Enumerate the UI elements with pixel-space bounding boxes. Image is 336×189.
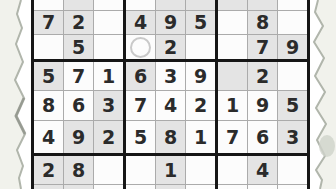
cell-r8c7[interactable] (218, 185, 247, 189)
cell-r3c7[interactable] (218, 35, 247, 59)
cell-r3c1[interactable] (34, 35, 63, 59)
cell-r2c5[interactable]: 9 (156, 11, 185, 34)
cell-r7c1[interactable]: 2 (34, 156, 63, 184)
torn-edge-shadow-right (314, 0, 326, 189)
cell-r1c8[interactable] (248, 0, 277, 10)
cell-r4c1[interactable]: 5 (34, 62, 63, 90)
cell-r5c6[interactable]: 2 (186, 91, 215, 120)
cell-r6c1[interactable]: 4 (34, 121, 63, 153)
cell-r3c4[interactable] (126, 35, 155, 59)
cell-r3c6[interactable] (186, 35, 215, 59)
cell-r1c6[interactable] (186, 0, 215, 10)
cell-r2c2[interactable]: 2 (64, 11, 93, 34)
cell-r6c9[interactable]: 3 (278, 121, 307, 153)
cell-r5c2[interactable]: 6 (64, 91, 93, 120)
cell-r1c7[interactable] (218, 0, 247, 10)
cell-r7c6[interactable] (186, 156, 215, 184)
cell-r7c9[interactable] (278, 156, 307, 184)
cell-r6c2[interactable]: 9 (64, 121, 93, 153)
cell-r8c9[interactable] (278, 185, 307, 189)
selected-cell-ring (130, 37, 151, 58)
cell-r1c3[interactable] (94, 0, 123, 10)
cell-r1c5[interactable] (156, 0, 185, 10)
cell-r5c3[interactable]: 3 (94, 91, 123, 120)
cell-r8c4[interactable] (126, 185, 155, 189)
cell-r2c6[interactable]: 5 (186, 11, 215, 34)
cell-r6c4[interactable]: 5 (126, 121, 155, 153)
sudoku-board: 724958527957163928637421954925817632814 (31, 0, 310, 189)
torn-paper-edge-left (0, 0, 25, 189)
cell-r1c1[interactable] (34, 0, 63, 10)
cell-r2c8[interactable]: 8 (248, 11, 277, 34)
cell-r6c6[interactable]: 1 (186, 121, 215, 153)
cell-r4c6[interactable]: 9 (186, 62, 215, 90)
cell-r8c8[interactable] (248, 185, 277, 189)
cell-r7c7[interactable] (218, 156, 247, 184)
cell-r2c9[interactable] (278, 11, 307, 34)
cell-r5c8[interactable]: 9 (248, 91, 277, 120)
cell-r4c9[interactable] (278, 62, 307, 90)
cell-r7c5[interactable]: 1 (156, 156, 185, 184)
cell-r8c3[interactable] (94, 185, 123, 189)
cell-r3c9[interactable]: 9 (278, 35, 307, 59)
cell-r1c9[interactable] (278, 0, 307, 10)
cell-r4c2[interactable]: 7 (64, 62, 93, 90)
cell-r4c8[interactable]: 2 (248, 62, 277, 90)
cell-r7c2[interactable]: 8 (64, 156, 93, 184)
torn-edge-blob-right (319, 135, 335, 157)
cell-r4c3[interactable]: 1 (94, 62, 123, 90)
cell-r5c1[interactable]: 8 (34, 91, 63, 120)
torn-edge-shadow-left (15, 0, 25, 189)
cell-r2c7[interactable] (218, 11, 247, 34)
sudoku-clipping: 724958527957163928637421954925817632814 (0, 0, 336, 189)
cell-r3c8[interactable]: 7 (248, 35, 277, 59)
cell-r8c1[interactable] (34, 185, 63, 189)
cell-r1c4[interactable] (126, 0, 155, 10)
cell-r6c7[interactable]: 7 (218, 121, 247, 153)
cell-r7c8[interactable]: 4 (248, 156, 277, 184)
cell-r4c5[interactable]: 3 (156, 62, 185, 90)
cell-r8c5[interactable] (156, 185, 185, 189)
cell-r8c2[interactable] (64, 185, 93, 189)
cell-r3c3[interactable] (94, 35, 123, 59)
cell-r7c3[interactable] (94, 156, 123, 184)
cell-r5c4[interactable]: 7 (126, 91, 155, 120)
torn-edge-dark-shadow-left (16, 98, 25, 134)
cell-r8c6[interactable] (186, 185, 215, 189)
cell-r2c1[interactable]: 7 (34, 11, 63, 34)
cell-r3c5[interactable]: 2 (156, 35, 185, 59)
cell-r2c3[interactable] (94, 11, 123, 34)
cell-r2c4[interactable]: 4 (126, 11, 155, 34)
cell-r6c3[interactable]: 2 (94, 121, 123, 153)
cell-r5c9[interactable]: 5 (278, 91, 307, 120)
cell-r4c4[interactable]: 6 (126, 62, 155, 90)
cell-r7c4[interactable] (126, 156, 155, 184)
cell-r6c8[interactable]: 6 (248, 121, 277, 153)
cell-r3c2[interactable]: 5 (64, 35, 93, 59)
cell-r4c7[interactable] (218, 62, 247, 90)
cell-r1c2[interactable] (64, 0, 93, 10)
cell-r5c7[interactable]: 1 (218, 91, 247, 120)
torn-paper-edge-right (314, 0, 336, 189)
cell-r5c5[interactable]: 4 (156, 91, 185, 120)
cell-r6c5[interactable]: 8 (156, 121, 185, 153)
